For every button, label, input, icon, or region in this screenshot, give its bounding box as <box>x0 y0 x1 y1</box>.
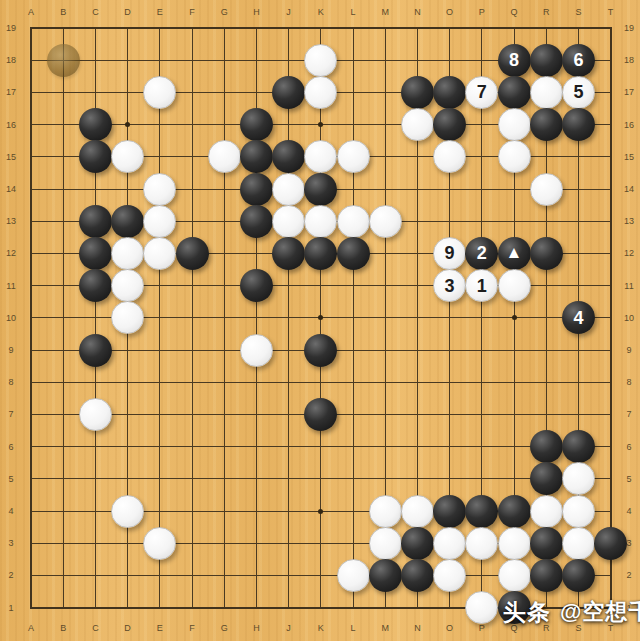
coord-number-right: 19 <box>624 24 634 33</box>
coord-letter-top: J <box>286 8 291 17</box>
coord-number-right: 10 <box>624 313 634 322</box>
coord-number-left: 18 <box>6 56 16 65</box>
black-stone <box>240 205 273 238</box>
black-stone <box>240 140 273 173</box>
triangle-marker-icon: ▲ <box>506 244 523 261</box>
coord-number-right: 6 <box>626 442 631 451</box>
coord-letter-top: H <box>253 8 260 17</box>
coord-number-right: 11 <box>624 281 633 290</box>
coord-letter-top: O <box>446 8 453 17</box>
white-stone <box>530 495 563 528</box>
coord-number-left: 2 <box>8 571 13 580</box>
white-stone <box>498 108 531 141</box>
coord-letter-top: B <box>60 8 66 17</box>
coord-number-left: 10 <box>6 313 16 322</box>
star-point <box>318 509 323 514</box>
white-stone <box>433 559 466 592</box>
black-stone <box>304 173 337 206</box>
move-number-label: 3 <box>445 277 455 295</box>
white-stone <box>337 205 370 238</box>
coord-letter-bottom: F <box>189 624 195 633</box>
black-stone <box>401 559 434 592</box>
coord-number-right: 16 <box>624 120 634 129</box>
coord-letter-top: D <box>124 8 131 17</box>
coord-letter-top: P <box>479 8 485 17</box>
coord-letter-bottom: L <box>350 624 355 633</box>
move-number-label: 6 <box>573 51 583 69</box>
coord-letter-bottom: O <box>446 624 453 633</box>
white-stone <box>369 527 402 560</box>
coord-letter-bottom: Q <box>510 624 517 633</box>
coord-letter-bottom: P <box>479 624 485 633</box>
coord-letter-bottom: E <box>157 624 163 633</box>
coord-letter-bottom: J <box>286 624 291 633</box>
black-stone <box>433 495 466 528</box>
coord-letter-bottom: B <box>60 624 66 633</box>
white-stone <box>401 495 434 528</box>
coord-number-left: 12 <box>6 249 16 258</box>
white-stone <box>337 559 370 592</box>
white-stone <box>401 108 434 141</box>
black-stone <box>79 108 112 141</box>
black-stone <box>562 559 595 592</box>
white-stone: 9 <box>433 237 466 270</box>
coord-number-left: 8 <box>8 378 13 387</box>
coord-number-right: 13 <box>624 217 634 226</box>
coord-number-left: 13 <box>6 217 16 226</box>
coord-letter-bottom: A <box>28 624 34 633</box>
black-stone <box>272 237 305 270</box>
white-stone <box>562 495 595 528</box>
coord-number-right: 18 <box>624 56 634 65</box>
black-stone <box>594 527 627 560</box>
white-stone <box>304 44 337 77</box>
white-stone <box>304 76 337 109</box>
coord-number-right: 14 <box>624 185 634 194</box>
black-stone <box>530 462 563 495</box>
coord-letter-top: A <box>28 8 34 17</box>
black-stone <box>79 334 112 367</box>
black-stone <box>79 237 112 270</box>
coord-number-left: 16 <box>6 120 16 129</box>
coord-number-left: 4 <box>8 507 13 516</box>
coord-letter-bottom: M <box>381 624 389 633</box>
coord-number-right: 4 <box>626 507 631 516</box>
white-stone <box>562 527 595 560</box>
white-stone <box>79 398 112 431</box>
black-stone <box>304 237 337 270</box>
coord-letter-bottom: T <box>608 624 614 633</box>
coord-number-right: 5 <box>626 474 631 483</box>
white-stone <box>143 527 176 560</box>
star-point <box>512 315 517 320</box>
black-stone <box>337 237 370 270</box>
white-stone: 5 <box>562 76 595 109</box>
black-stone: 8 <box>498 44 531 77</box>
coord-number-right: 3 <box>626 539 631 548</box>
coord-letter-top: N <box>414 8 421 17</box>
ghost-stone <box>47 44 80 77</box>
black-stone <box>176 237 209 270</box>
move-number-label: 2 <box>477 244 487 262</box>
black-stone <box>433 108 466 141</box>
coord-letter-top: E <box>157 8 163 17</box>
black-stone <box>498 495 531 528</box>
black-stone: 6 <box>562 44 595 77</box>
black-stone <box>562 430 595 463</box>
white-stone <box>465 527 498 560</box>
white-stone <box>337 140 370 173</box>
coord-number-right: 17 <box>624 88 634 97</box>
white-stone <box>143 205 176 238</box>
black-stone <box>530 237 563 270</box>
move-number-label: 8 <box>509 51 519 69</box>
black-stone: 2 <box>465 237 498 270</box>
coord-letter-bottom: R <box>543 624 550 633</box>
coord-number-left: 6 <box>8 442 13 451</box>
black-stone <box>111 205 144 238</box>
coord-letter-bottom: H <box>253 624 260 633</box>
coord-number-left: 19 <box>6 24 16 33</box>
black-stone <box>530 108 563 141</box>
coord-letter-top: F <box>189 8 195 17</box>
white-stone <box>530 173 563 206</box>
black-stone <box>240 108 273 141</box>
white-stone <box>433 527 466 560</box>
white-stone <box>272 205 305 238</box>
black-stone <box>530 527 563 560</box>
white-stone: 3 <box>433 269 466 302</box>
black-stone <box>562 108 595 141</box>
coord-letter-top: G <box>221 8 228 17</box>
coord-number-right: 8 <box>626 378 631 387</box>
coord-number-right: 7 <box>626 410 631 419</box>
coord-letter-top: C <box>92 8 99 17</box>
coord-number-left: 1 <box>8 603 13 612</box>
black-stone <box>369 559 402 592</box>
coord-letter-bottom: C <box>92 624 99 633</box>
white-stone <box>465 591 498 624</box>
move-number-label: 4 <box>573 309 583 327</box>
black-stone <box>530 559 563 592</box>
move-number-label: 9 <box>445 244 455 262</box>
coord-letter-bottom: K <box>318 624 324 633</box>
white-stone <box>111 237 144 270</box>
move-number-label: 5 <box>573 83 583 101</box>
black-stone <box>465 495 498 528</box>
white-stone <box>369 495 402 528</box>
coord-number-left: 15 <box>6 152 16 161</box>
white-stone <box>111 495 144 528</box>
white-stone <box>498 140 531 173</box>
black-stone <box>240 173 273 206</box>
black-stone <box>433 76 466 109</box>
black-stone <box>240 269 273 302</box>
black-stone <box>401 527 434 560</box>
coord-number-left: 3 <box>8 539 13 548</box>
black-stone <box>530 430 563 463</box>
coord-letter-bottom: G <box>221 624 228 633</box>
white-stone <box>369 205 402 238</box>
black-stone <box>530 44 563 77</box>
black-stone <box>304 398 337 431</box>
coord-number-right: 12 <box>624 249 634 258</box>
move-number-label: 1 <box>477 277 487 295</box>
coord-number-right: 2 <box>626 571 631 580</box>
white-stone <box>498 527 531 560</box>
coord-letter-bottom: D <box>124 624 131 633</box>
white-stone <box>143 76 176 109</box>
white-stone <box>304 205 337 238</box>
coord-number-right: 9 <box>626 346 631 355</box>
white-stone <box>208 140 241 173</box>
black-stone: 4 <box>562 301 595 334</box>
white-stone <box>498 269 531 302</box>
coord-letter-top: S <box>575 8 581 17</box>
move-number-label: 7 <box>477 83 487 101</box>
coord-letter-top: L <box>350 8 355 17</box>
coord-letter-top: K <box>318 8 324 17</box>
coord-number-left: 11 <box>6 281 15 290</box>
white-stone <box>562 462 595 495</box>
black-stone <box>79 140 112 173</box>
white-stone <box>272 173 305 206</box>
coord-number-left: 14 <box>6 185 16 194</box>
white-stone <box>240 334 273 367</box>
white-stone <box>498 559 531 592</box>
coord-number-left: 5 <box>8 474 13 483</box>
coord-letter-bottom: S <box>575 624 581 633</box>
black-stone <box>401 76 434 109</box>
coord-letter-top: M <box>381 8 389 17</box>
black-stone <box>498 76 531 109</box>
black-stone <box>79 205 112 238</box>
white-stone <box>143 237 176 270</box>
coord-letter-top: R <box>543 8 550 17</box>
coord-number-right: 1 <box>626 603 631 612</box>
black-stone <box>304 334 337 367</box>
coord-letter-top: T <box>608 8 614 17</box>
black-stone <box>79 269 112 302</box>
coord-number-right: 15 <box>624 152 634 161</box>
white-stone <box>111 269 144 302</box>
coord-number-left: 17 <box>6 88 16 97</box>
black-stone <box>498 591 531 624</box>
coord-number-left: 7 <box>8 410 13 419</box>
coord-letter-bottom: N <box>414 624 421 633</box>
white-stone <box>530 76 563 109</box>
black-stone: ▲ <box>498 237 531 270</box>
coord-letter-top: Q <box>510 8 517 17</box>
black-stone <box>272 76 305 109</box>
go-board[interactable]: AABBCCDDEEFFGGHHJJKKLLMMNNOOPPQQRRSSTT19… <box>0 0 640 641</box>
white-stone: 7 <box>465 76 498 109</box>
coord-number-left: 9 <box>8 346 13 355</box>
white-stone <box>143 173 176 206</box>
